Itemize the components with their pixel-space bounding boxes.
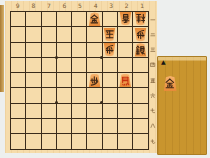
board-cell[interactable] <box>11 104 25 118</box>
board-cell[interactable] <box>87 27 101 41</box>
board-cell[interactable] <box>57 134 71 148</box>
board-cell[interactable] <box>57 73 71 87</box>
piece-sente-gold[interactable] <box>163 76 177 91</box>
board-cell[interactable] <box>11 58 25 72</box>
piece-gote-king[interactable] <box>103 28 116 42</box>
rank-label <box>149 42 157 57</box>
sente-piece-stand: ▲ <box>157 56 207 155</box>
board-cell[interactable] <box>118 43 132 57</box>
board-cell[interactable] <box>103 58 117 72</box>
board-cell[interactable] <box>133 88 147 102</box>
file-label: 6 <box>57 1 73 10</box>
piece-sente-silver[interactable] <box>134 43 147 57</box>
board-cell[interactable] <box>26 104 40 118</box>
board-cell[interactable] <box>42 134 56 148</box>
board-cell[interactable] <box>133 12 147 26</box>
board-cell[interactable] <box>57 88 71 102</box>
board-grid <box>10 11 149 150</box>
board-cell[interactable] <box>103 27 117 41</box>
rank-label <box>149 103 157 118</box>
board-cell[interactable] <box>133 58 147 72</box>
piece-gote-pawn[interactable] <box>134 28 147 42</box>
board-cell[interactable] <box>87 104 101 118</box>
file-label: 1 <box>135 1 151 10</box>
board-cell[interactable] <box>133 104 147 118</box>
board-cell[interactable] <box>42 43 56 57</box>
board-cell[interactable] <box>26 119 40 133</box>
board-cell[interactable] <box>11 88 25 102</box>
piece-gote-knight[interactable] <box>134 12 147 26</box>
board-cell[interactable] <box>103 134 117 148</box>
file-label: 4 <box>88 1 104 10</box>
board-cell[interactable] <box>133 119 147 133</box>
board-cell[interactable] <box>118 58 132 72</box>
board-cell[interactable] <box>133 134 147 148</box>
board-cell[interactable] <box>11 134 25 148</box>
board-cell[interactable] <box>118 134 132 148</box>
board-cell[interactable] <box>26 134 40 148</box>
board-cell[interactable] <box>103 43 117 57</box>
board-cell[interactable] <box>72 104 86 118</box>
board-cell[interactable] <box>103 73 117 87</box>
board-cell[interactable] <box>42 27 56 41</box>
piece-gote-pawn[interactable] <box>103 43 116 57</box>
board-cell[interactable] <box>87 58 101 72</box>
rank-label <box>149 27 157 42</box>
board-cell[interactable] <box>133 27 147 41</box>
board-cell[interactable] <box>42 119 56 133</box>
board-cell[interactable] <box>26 43 40 57</box>
board-cell[interactable] <box>26 27 40 41</box>
board-cell[interactable] <box>118 104 132 118</box>
file-label: 2 <box>119 1 135 10</box>
board-cell[interactable] <box>87 134 101 148</box>
board-cell[interactable] <box>118 73 132 87</box>
board-cell[interactable] <box>26 12 40 26</box>
board-cell[interactable] <box>42 58 56 72</box>
board-cell[interactable] <box>26 88 40 102</box>
file-label: 7 <box>41 1 57 10</box>
board-cell[interactable] <box>57 43 71 57</box>
rank-label <box>149 58 157 73</box>
piece-gote-lance[interactable] <box>119 12 132 26</box>
board-cell[interactable] <box>26 73 40 87</box>
board-cell[interactable] <box>72 119 86 133</box>
board-cell[interactable] <box>26 58 40 72</box>
board-cell[interactable] <box>57 27 71 41</box>
board-cell[interactable] <box>103 119 117 133</box>
board-cell[interactable] <box>133 73 147 87</box>
board-cell[interactable] <box>57 12 71 26</box>
rank-label <box>149 12 157 27</box>
board-cell[interactable] <box>72 73 86 87</box>
file-label: 9 <box>10 1 26 10</box>
board-cell[interactable] <box>103 88 117 102</box>
board-cell[interactable] <box>11 43 25 57</box>
board-cell[interactable] <box>118 27 132 41</box>
shogi-diagram: 987654321 ▲ <box>0 0 210 158</box>
board-cell[interactable] <box>42 88 56 102</box>
board-cell[interactable] <box>87 73 101 87</box>
board-cell[interactable] <box>42 73 56 87</box>
rank-label <box>149 119 157 134</box>
rank-label <box>149 73 157 88</box>
board-cell[interactable] <box>87 12 101 26</box>
sente-hand <box>163 76 177 91</box>
board-cell[interactable] <box>57 119 71 133</box>
board-cell[interactable] <box>72 27 86 41</box>
rank-label <box>149 134 157 149</box>
rank-label <box>149 88 157 103</box>
board-cell[interactable] <box>11 119 25 133</box>
board-cell[interactable] <box>11 73 25 87</box>
gote-piece-stand <box>0 5 4 92</box>
sente-turn-marker: ▲ <box>161 58 166 66</box>
piece-sente-horse[interactable] <box>119 74 132 88</box>
board-cell[interactable] <box>42 104 56 118</box>
board-cell[interactable] <box>72 88 86 102</box>
file-label: 3 <box>103 1 119 10</box>
board-cell[interactable] <box>42 12 56 26</box>
board-cell[interactable] <box>57 104 71 118</box>
board-cell[interactable] <box>87 119 101 133</box>
board-cell[interactable] <box>118 12 132 26</box>
file-labels: 987654321 <box>10 1 150 10</box>
board-cell[interactable] <box>87 43 101 57</box>
star-point <box>55 56 58 59</box>
board-cell[interactable] <box>57 58 71 72</box>
file-label: 5 <box>72 1 88 10</box>
board-cell[interactable] <box>72 134 86 148</box>
board-cell[interactable] <box>72 43 86 57</box>
board-cell[interactable] <box>11 27 25 41</box>
piece-sente-pawn[interactable] <box>88 74 101 88</box>
board-cell[interactable] <box>11 12 25 26</box>
board-cell[interactable] <box>118 119 132 133</box>
board-cell[interactable] <box>103 12 117 26</box>
rank-labels <box>149 12 157 149</box>
board-cell[interactable] <box>103 104 117 118</box>
board-cell[interactable] <box>133 43 147 57</box>
file-label: 8 <box>26 1 42 10</box>
board-cell[interactable] <box>72 58 86 72</box>
board-cell[interactable] <box>118 88 132 102</box>
piece-sente-gold[interactable] <box>88 12 101 26</box>
board-cell[interactable] <box>72 12 86 26</box>
